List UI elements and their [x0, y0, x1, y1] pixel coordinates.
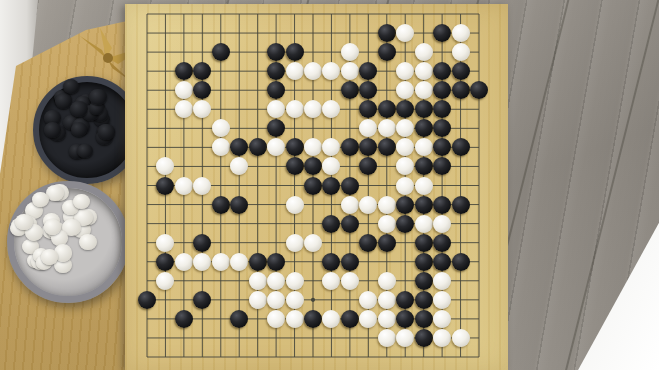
black-stone-in-bowl[interactable]	[71, 122, 87, 137]
black-stone[interactable]	[415, 310, 433, 328]
black-stone[interactable]	[193, 234, 211, 252]
black-stone-in-bowl[interactable]	[89, 89, 107, 106]
white-stone-in-bowl[interactable]	[32, 192, 48, 207]
white-stone[interactable]	[156, 234, 174, 252]
white-stone[interactable]	[175, 81, 193, 99]
white-stone[interactable]	[378, 329, 396, 347]
white-stone[interactable]	[433, 272, 451, 290]
white-stone[interactable]	[378, 119, 396, 137]
black-stone[interactable]	[286, 157, 304, 175]
black-stone[interactable]	[341, 177, 359, 195]
black-stone[interactable]	[415, 119, 433, 137]
white-stone[interactable]	[433, 291, 451, 309]
black-stone[interactable]	[415, 196, 433, 214]
black-stone[interactable]	[415, 100, 433, 118]
black-stone[interactable]	[378, 100, 396, 118]
black-stone[interactable]	[341, 310, 359, 328]
white-stone[interactable]	[193, 253, 211, 271]
black-stone[interactable]	[378, 234, 396, 252]
white-stone[interactable]	[415, 43, 433, 61]
black-stone[interactable]	[230, 310, 248, 328]
white-stone[interactable]	[212, 253, 230, 271]
go-board[interactable]	[125, 4, 508, 370]
white-stone-in-bowl[interactable]	[73, 194, 89, 209]
black-stone[interactable]	[396, 215, 414, 233]
white-stone[interactable]	[286, 291, 304, 309]
black-stone[interactable]	[378, 43, 396, 61]
black-stone[interactable]	[396, 291, 414, 309]
white-stone[interactable]	[286, 272, 304, 290]
white-stone[interactable]	[415, 138, 433, 156]
go-game-photo	[0, 0, 659, 370]
white-stone[interactable]	[433, 329, 451, 347]
black-stone[interactable]	[415, 329, 433, 347]
white-stone[interactable]	[249, 291, 267, 309]
black-stone[interactable]	[304, 177, 322, 195]
white-stone[interactable]	[341, 196, 359, 214]
black-stone-in-bowl[interactable]	[70, 101, 88, 117]
black-stone[interactable]	[322, 215, 340, 233]
black-stone-in-bowl[interactable]	[98, 124, 115, 139]
black-stone[interactable]	[341, 215, 359, 233]
white-stone[interactable]	[286, 62, 304, 80]
black-stone[interactable]	[286, 43, 304, 61]
black-stone[interactable]	[341, 253, 359, 271]
black-stone-in-bowl[interactable]	[77, 144, 93, 159]
black-stone[interactable]	[433, 253, 451, 271]
black-stone[interactable]	[138, 291, 156, 309]
black-stone[interactable]	[359, 234, 377, 252]
white-stone[interactable]	[378, 310, 396, 328]
white-stone-in-bowl[interactable]	[41, 249, 58, 265]
white-stone[interactable]	[415, 215, 433, 233]
white-stone[interactable]	[304, 234, 322, 252]
white-stone[interactable]	[359, 196, 377, 214]
white-stone-in-bowl[interactable]	[15, 214, 33, 230]
white-stone[interactable]	[452, 24, 470, 42]
black-stone[interactable]	[396, 310, 414, 328]
black-stone[interactable]	[322, 177, 340, 195]
white-stone[interactable]	[378, 196, 396, 214]
white-stone[interactable]	[267, 272, 285, 290]
white-stone-in-bowl[interactable]	[46, 185, 64, 201]
black-stone[interactable]	[212, 196, 230, 214]
white-stone[interactable]	[286, 196, 304, 214]
white-stone[interactable]	[415, 62, 433, 80]
white-stone[interactable]	[230, 253, 248, 271]
white-stone[interactable]	[286, 100, 304, 118]
black-stone[interactable]	[433, 196, 451, 214]
black-stone[interactable]	[286, 138, 304, 156]
white-stone[interactable]	[193, 177, 211, 195]
black-stone[interactable]	[433, 234, 451, 252]
white-stone[interactable]	[415, 177, 433, 195]
black-stone[interactable]	[156, 177, 174, 195]
black-stone[interactable]	[452, 81, 470, 99]
white-stone[interactable]	[286, 310, 304, 328]
black-stone[interactable]	[415, 157, 433, 175]
white-stone-in-bowl[interactable]	[79, 234, 97, 250]
black-stone-in-bowl[interactable]	[63, 79, 79, 94]
black-stone[interactable]	[452, 253, 470, 271]
black-stone[interactable]	[415, 253, 433, 271]
white-stone[interactable]	[341, 62, 359, 80]
white-stone[interactable]	[267, 291, 285, 309]
white-stone[interactable]	[433, 310, 451, 328]
black-stone[interactable]	[341, 81, 359, 99]
white-stone[interactable]	[452, 43, 470, 61]
white-stone[interactable]	[175, 253, 193, 271]
white-stone[interactable]	[378, 291, 396, 309]
white-stone[interactable]	[341, 272, 359, 290]
white-stone[interactable]	[378, 272, 396, 290]
black-stone[interactable]	[452, 196, 470, 214]
black-stone[interactable]	[175, 62, 193, 80]
black-stone[interactable]	[249, 138, 267, 156]
black-stone[interactable]	[304, 310, 322, 328]
black-stone[interactable]	[415, 234, 433, 252]
white-stone[interactable]	[267, 310, 285, 328]
white-stone[interactable]	[212, 119, 230, 137]
white-stone[interactable]	[396, 177, 414, 195]
black-stone[interactable]	[212, 43, 230, 61]
black-stone[interactable]	[396, 196, 414, 214]
black-stone[interactable]	[230, 196, 248, 214]
black-stone[interactable]	[452, 138, 470, 156]
black-stone[interactable]	[267, 253, 285, 271]
black-stone[interactable]	[378, 24, 396, 42]
white-stone[interactable]	[341, 43, 359, 61]
white-stone[interactable]	[378, 215, 396, 233]
black-stone[interactable]	[175, 310, 193, 328]
white-stone[interactable]	[286, 234, 304, 252]
black-stone[interactable]	[452, 62, 470, 80]
white-stone[interactable]	[249, 272, 267, 290]
black-stone-in-bowl[interactable]	[55, 93, 72, 109]
white-stone[interactable]	[415, 81, 433, 99]
white-stone[interactable]	[452, 329, 470, 347]
bowl-of-white-stones[interactable]	[7, 181, 129, 303]
black-stone[interactable]	[415, 291, 433, 309]
black-stone[interactable]	[249, 253, 267, 271]
black-stone[interactable]	[415, 272, 433, 290]
white-stone[interactable]	[433, 215, 451, 233]
white-stone[interactable]	[175, 177, 193, 195]
